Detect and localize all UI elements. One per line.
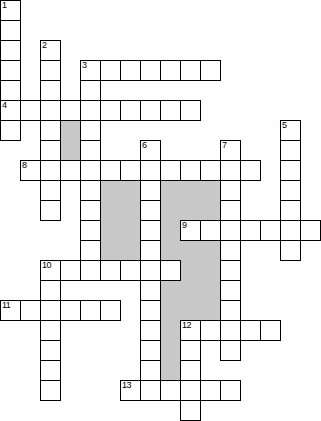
cell-r3c6[interactable] bbox=[120, 60, 141, 81]
cell-r11c10[interactable] bbox=[200, 220, 221, 241]
cell-r5c3[interactable] bbox=[60, 100, 81, 121]
cell-r11c4[interactable] bbox=[80, 220, 101, 241]
cell-r10c2[interactable] bbox=[40, 200, 61, 221]
shaded-block bbox=[100, 180, 121, 201]
cell-r5c2[interactable] bbox=[40, 100, 61, 121]
cell-r11c13[interactable] bbox=[260, 220, 281, 241]
cell-r16c11[interactable] bbox=[220, 320, 241, 341]
cell-r19c8[interactable] bbox=[160, 380, 181, 401]
clue-number-8: 8 bbox=[22, 161, 27, 169]
cell-r11c12[interactable] bbox=[240, 220, 261, 241]
clue-number-3: 3 bbox=[82, 61, 87, 69]
clue-number-13: 13 bbox=[122, 381, 131, 389]
cell-r9c11[interactable] bbox=[220, 180, 241, 201]
cell-r8c8[interactable] bbox=[160, 160, 181, 181]
shaded-block bbox=[200, 200, 221, 221]
cell-r6c2[interactable] bbox=[40, 120, 61, 141]
cell-r8c7[interactable] bbox=[140, 160, 161, 181]
cell-r5c1[interactable] bbox=[20, 100, 41, 121]
shaded-block bbox=[200, 180, 221, 201]
cell-r16c13[interactable] bbox=[260, 320, 281, 341]
clue-number-11: 11 bbox=[2, 301, 10, 309]
cell-r15c4[interactable] bbox=[80, 300, 101, 321]
cell-r16c2[interactable] bbox=[40, 320, 61, 341]
shaded-block bbox=[120, 220, 141, 241]
cell-r10c14[interactable] bbox=[280, 200, 301, 221]
cell-r6c4[interactable] bbox=[80, 120, 101, 141]
cell-r10c11[interactable] bbox=[220, 200, 241, 221]
cell-r12c14[interactable] bbox=[280, 240, 301, 261]
clue-number-2: 2 bbox=[42, 41, 47, 49]
shaded-block bbox=[60, 140, 81, 161]
cell-r14c11[interactable] bbox=[220, 280, 241, 301]
shaded-block bbox=[120, 180, 141, 201]
cell-r16c12[interactable] bbox=[240, 320, 261, 341]
cell-r19c2[interactable] bbox=[40, 380, 61, 401]
crossword-board: 12345678910111213 bbox=[0, 0, 321, 421]
clue-number-9: 9 bbox=[182, 221, 187, 229]
cell-r15c2[interactable] bbox=[40, 300, 61, 321]
cell-r2c0[interactable] bbox=[0, 40, 21, 61]
cell-r8c14[interactable] bbox=[280, 160, 301, 181]
cell-r18c9[interactable] bbox=[180, 360, 201, 381]
cell-r13c8[interactable] bbox=[160, 260, 181, 281]
cell-r8c3[interactable] bbox=[60, 160, 81, 181]
cell-r9c4[interactable] bbox=[80, 180, 101, 201]
cell-r4c4[interactable] bbox=[80, 80, 101, 101]
cell-r4c2[interactable] bbox=[40, 80, 61, 101]
shaded-block bbox=[180, 300, 201, 321]
cell-r9c7[interactable] bbox=[140, 180, 161, 201]
cell-r5c4[interactable] bbox=[80, 100, 101, 121]
cell-r9c14[interactable] bbox=[280, 180, 301, 201]
cell-r19c10[interactable] bbox=[200, 380, 221, 401]
cell-r13c4[interactable] bbox=[80, 260, 101, 281]
cell-r8c4[interactable] bbox=[80, 160, 101, 181]
cell-r5c7[interactable] bbox=[140, 100, 161, 121]
cell-r11c14[interactable] bbox=[280, 220, 301, 241]
cell-r4c0[interactable] bbox=[0, 80, 21, 101]
cell-r7c4[interactable] bbox=[80, 140, 101, 161]
clue-number-4: 4 bbox=[2, 101, 7, 109]
shaded-block bbox=[160, 200, 181, 221]
cell-r13c11[interactable] bbox=[220, 260, 241, 281]
cell-r7c14[interactable] bbox=[280, 140, 301, 161]
clue-number-12: 12 bbox=[182, 321, 191, 329]
shaded-block bbox=[160, 180, 181, 201]
clue-number-1: 1 bbox=[2, 1, 7, 9]
clue-number-7: 7 bbox=[222, 141, 227, 149]
shaded-block bbox=[200, 240, 221, 261]
cell-r19c11[interactable] bbox=[220, 380, 241, 401]
cell-r11c15[interactable] bbox=[300, 220, 321, 241]
cell-r5c8[interactable] bbox=[160, 100, 181, 121]
cell-r3c5[interactable] bbox=[100, 60, 121, 81]
cell-r5c6[interactable] bbox=[120, 100, 141, 121]
shaded-block bbox=[200, 280, 221, 301]
cell-r3c0[interactable] bbox=[0, 60, 21, 81]
cell-r11c7[interactable] bbox=[140, 220, 161, 241]
cell-r6c0[interactable] bbox=[0, 120, 21, 141]
cell-r10c4[interactable] bbox=[80, 200, 101, 221]
cell-r8c10[interactable] bbox=[200, 160, 221, 181]
clue-number-6: 6 bbox=[142, 141, 147, 149]
cell-r12c11[interactable] bbox=[220, 240, 241, 261]
shaded-block bbox=[160, 320, 181, 341]
cell-r9c2[interactable] bbox=[40, 180, 61, 201]
shaded-block bbox=[160, 240, 181, 261]
cell-r8c11[interactable] bbox=[220, 160, 241, 181]
shaded-block bbox=[160, 300, 181, 321]
cell-r8c9[interactable] bbox=[180, 160, 201, 181]
shaded-block bbox=[200, 300, 221, 321]
cell-r11c11[interactable] bbox=[220, 220, 241, 241]
cell-r20c9[interactable] bbox=[180, 400, 201, 421]
cell-r15c3[interactable] bbox=[60, 300, 81, 321]
cell-r5c5[interactable] bbox=[100, 100, 121, 121]
shaded-block bbox=[100, 200, 121, 221]
cell-r16c10[interactable] bbox=[200, 320, 221, 341]
shaded-block bbox=[100, 220, 121, 241]
cell-r15c11[interactable] bbox=[220, 300, 241, 321]
cell-r19c9[interactable] bbox=[180, 380, 201, 401]
shaded-block bbox=[160, 360, 181, 381]
cell-r14c2[interactable] bbox=[40, 280, 61, 301]
cell-r10c7[interactable] bbox=[140, 200, 161, 221]
clue-number-10: 10 bbox=[42, 261, 51, 269]
cell-r13c7[interactable] bbox=[140, 260, 161, 281]
cell-r19c7[interactable] bbox=[140, 380, 161, 401]
cell-r3c10[interactable] bbox=[200, 60, 221, 81]
cell-r17c9[interactable] bbox=[180, 340, 201, 361]
cell-r16c7[interactable] bbox=[140, 320, 161, 341]
cell-r3c2[interactable] bbox=[40, 60, 61, 81]
cell-r12c7[interactable] bbox=[140, 240, 161, 261]
shaded-block bbox=[180, 260, 201, 281]
shaded-block bbox=[120, 200, 141, 221]
cell-r8c6[interactable] bbox=[120, 160, 141, 181]
cell-r3c8[interactable] bbox=[160, 60, 181, 81]
shaded-block bbox=[120, 240, 141, 261]
shaded-block bbox=[60, 120, 81, 141]
shaded-block bbox=[160, 280, 181, 301]
shaded-block bbox=[180, 180, 201, 201]
cell-r18c2[interactable] bbox=[40, 360, 61, 381]
cell-r15c5[interactable] bbox=[100, 300, 121, 321]
cell-r14c7[interactable] bbox=[140, 280, 161, 301]
cell-r18c7[interactable] bbox=[140, 360, 161, 381]
cell-r17c2[interactable] bbox=[40, 340, 61, 361]
shaded-block bbox=[100, 240, 121, 261]
cell-r7c2[interactable] bbox=[40, 140, 61, 161]
cell-r3c9[interactable] bbox=[180, 60, 201, 81]
shaded-block bbox=[160, 220, 181, 241]
cell-r8c5[interactable] bbox=[100, 160, 121, 181]
cell-r13c3[interactable] bbox=[60, 260, 81, 281]
cell-r13c6[interactable] bbox=[120, 260, 141, 281]
cell-r15c7[interactable] bbox=[140, 300, 161, 321]
cell-r8c12[interactable] bbox=[240, 160, 261, 181]
shaded-block bbox=[200, 260, 221, 281]
clue-number-5: 5 bbox=[282, 121, 287, 129]
cell-r13c5[interactable] bbox=[100, 260, 121, 281]
cell-r8c2[interactable] bbox=[40, 160, 61, 181]
shaded-block bbox=[160, 340, 181, 361]
shaded-block bbox=[180, 240, 201, 261]
cell-r17c7[interactable] bbox=[140, 340, 161, 361]
cell-r12c4[interactable] bbox=[80, 240, 101, 261]
shaded-block bbox=[180, 280, 201, 301]
cell-r5c9[interactable] bbox=[180, 100, 201, 121]
cell-r17c11[interactable] bbox=[220, 340, 241, 361]
cell-r3c7[interactable] bbox=[140, 60, 161, 81]
cell-r15c1[interactable] bbox=[20, 300, 41, 321]
shaded-block bbox=[180, 200, 201, 221]
cell-r1c0[interactable] bbox=[0, 20, 21, 41]
